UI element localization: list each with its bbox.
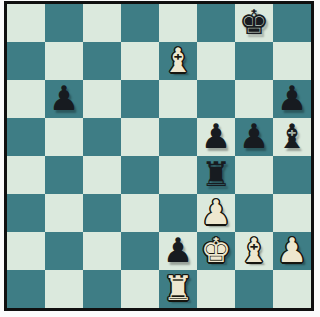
square-f4[interactable]: ♜ xyxy=(197,156,235,194)
square-e7[interactable]: ♝ xyxy=(159,42,197,80)
square-d1[interactable] xyxy=(121,270,159,308)
white-pawn-f3: ♟ xyxy=(201,195,231,229)
square-f3[interactable]: ♟ xyxy=(197,194,235,232)
black-king-g8: ♚ xyxy=(239,5,269,39)
square-d2[interactable] xyxy=(121,232,159,270)
square-e2[interactable]: ♟ xyxy=(159,232,197,270)
black-rook-f4: ♜ xyxy=(201,157,231,191)
square-d8[interactable] xyxy=(121,4,159,42)
square-e4[interactable] xyxy=(159,156,197,194)
square-h8[interactable] xyxy=(273,4,311,42)
square-h4[interactable] xyxy=(273,156,311,194)
black-pawn-g5: ♟ xyxy=(239,119,269,153)
square-g6[interactable] xyxy=(235,80,273,118)
square-a1[interactable] xyxy=(7,270,45,308)
square-c8[interactable] xyxy=(83,4,121,42)
square-d5[interactable] xyxy=(121,118,159,156)
square-g8[interactable]: ♚ xyxy=(235,4,273,42)
white-bishop-e7: ♝ xyxy=(163,43,193,77)
square-e6[interactable] xyxy=(159,80,197,118)
square-b4[interactable] xyxy=(45,156,83,194)
square-b1[interactable] xyxy=(45,270,83,308)
square-e8[interactable] xyxy=(159,4,197,42)
square-b8[interactable] xyxy=(45,4,83,42)
square-d4[interactable] xyxy=(121,156,159,194)
black-pawn-e2: ♟ xyxy=(163,233,193,267)
square-f5[interactable]: ♟ xyxy=(197,118,235,156)
square-g5[interactable]: ♟ xyxy=(235,118,273,156)
square-c3[interactable] xyxy=(83,194,121,232)
board-frame: ♚♝♟♟♟♟♝♜♟♟♚♝♟♜ xyxy=(4,1,314,311)
square-e3[interactable] xyxy=(159,194,197,232)
white-pawn-h2: ♟ xyxy=(277,233,307,267)
white-king-f2: ♚ xyxy=(201,233,231,267)
black-pawn-f5: ♟ xyxy=(201,119,231,153)
square-h5[interactable]: ♝ xyxy=(273,118,311,156)
square-c4[interactable] xyxy=(83,156,121,194)
square-a4[interactable] xyxy=(7,156,45,194)
square-c5[interactable] xyxy=(83,118,121,156)
square-h3[interactable] xyxy=(273,194,311,232)
white-rook-e1: ♜ xyxy=(163,271,193,305)
square-a3[interactable] xyxy=(7,194,45,232)
square-b6[interactable]: ♟ xyxy=(45,80,83,118)
square-d7[interactable] xyxy=(121,42,159,80)
square-h7[interactable] xyxy=(273,42,311,80)
square-d6[interactable] xyxy=(121,80,159,118)
square-b5[interactable] xyxy=(45,118,83,156)
square-a8[interactable] xyxy=(7,4,45,42)
square-f8[interactable] xyxy=(197,4,235,42)
square-h1[interactable] xyxy=(273,270,311,308)
square-f7[interactable] xyxy=(197,42,235,80)
square-a7[interactable] xyxy=(7,42,45,80)
square-f6[interactable] xyxy=(197,80,235,118)
black-bishop-h5: ♝ xyxy=(277,119,307,153)
square-d3[interactable] xyxy=(121,194,159,232)
square-a5[interactable] xyxy=(7,118,45,156)
square-g3[interactable] xyxy=(235,194,273,232)
square-e1[interactable]: ♜ xyxy=(159,270,197,308)
square-c6[interactable] xyxy=(83,80,121,118)
square-g1[interactable] xyxy=(235,270,273,308)
square-h2[interactable]: ♟ xyxy=(273,232,311,270)
square-b3[interactable] xyxy=(45,194,83,232)
square-f2[interactable]: ♚ xyxy=(197,232,235,270)
chess-board: ♚♝♟♟♟♟♝♜♟♟♚♝♟♜ xyxy=(7,4,311,308)
square-g4[interactable] xyxy=(235,156,273,194)
square-g7[interactable] xyxy=(235,42,273,80)
square-a2[interactable] xyxy=(7,232,45,270)
black-pawn-h6: ♟ xyxy=(277,81,307,115)
screenshot: ♚♝♟♟♟♟♝♜♟♟♚♝♟♜ xyxy=(0,0,320,317)
square-c7[interactable] xyxy=(83,42,121,80)
square-a6[interactable] xyxy=(7,80,45,118)
square-b7[interactable] xyxy=(45,42,83,80)
square-b2[interactable] xyxy=(45,232,83,270)
square-e5[interactable] xyxy=(159,118,197,156)
black-pawn-b6: ♟ xyxy=(49,81,79,115)
square-f1[interactable] xyxy=(197,270,235,308)
square-c2[interactable] xyxy=(83,232,121,270)
white-bishop-g2: ♝ xyxy=(239,233,269,267)
square-g2[interactable]: ♝ xyxy=(235,232,273,270)
square-h6[interactable]: ♟ xyxy=(273,80,311,118)
square-c1[interactable] xyxy=(83,270,121,308)
